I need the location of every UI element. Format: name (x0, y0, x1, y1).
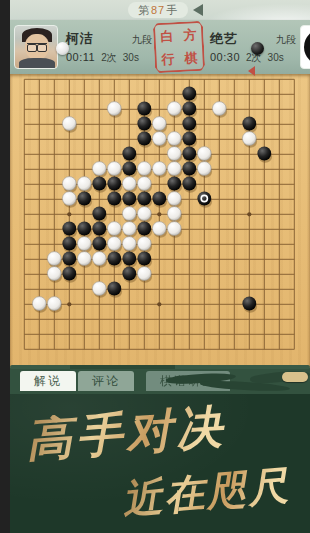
black-stone (107, 282, 121, 296)
black-stone (107, 252, 121, 266)
board-grid (10, 74, 310, 368)
right-player-avatar[interactable] (300, 25, 310, 69)
white-stone (92, 252, 106, 266)
white-stone (107, 222, 121, 236)
black-stone (137, 222, 151, 236)
black-stone (182, 162, 196, 176)
white-stone (62, 117, 76, 131)
move-number: 87 (151, 4, 165, 16)
white-stone (167, 222, 181, 236)
white-stone-badge (56, 42, 69, 55)
white-stone (122, 207, 136, 221)
black-stone (182, 102, 196, 116)
white-stone (107, 237, 121, 251)
white-stone (77, 252, 91, 266)
black-stone (137, 192, 151, 206)
black-stone (182, 147, 196, 161)
drawer-handle[interactable] (282, 372, 308, 382)
white-stone (152, 117, 166, 131)
black-stone (122, 267, 136, 281)
white-stone (137, 207, 151, 221)
go-app-screen: 第87手 柯洁 九段 00:11 2次 30s 白 方 (10, 0, 310, 533)
black-stone (182, 87, 196, 101)
white-stone (197, 147, 211, 161)
white-stone (92, 282, 106, 296)
white-stone (122, 177, 136, 191)
black-stone (137, 117, 151, 131)
white-stone (242, 132, 256, 146)
white-to-move-seal: 白 方 行 棋 (153, 21, 206, 74)
black-stone (122, 162, 136, 176)
black-stone (152, 192, 166, 206)
black-stone (197, 192, 211, 206)
black-stone (182, 177, 196, 191)
left-player-avatar[interactable] (14, 25, 58, 69)
white-stone (152, 222, 166, 236)
black-stone (77, 222, 91, 236)
go-board[interactable] (10, 74, 310, 368)
star-point (157, 302, 161, 306)
black-stone (242, 117, 256, 131)
black-stone (182, 132, 196, 146)
black-stone (77, 192, 91, 206)
black-stone (137, 252, 151, 266)
star-point (67, 302, 71, 306)
white-stone (167, 162, 181, 176)
left-player-clock: 00:11 (66, 51, 95, 63)
white-stone (152, 162, 166, 176)
seal-char: 棋 (179, 46, 203, 70)
black-stone-badge (251, 42, 264, 55)
seal-char: 方 (178, 23, 202, 47)
black-stone (242, 297, 256, 311)
white-stone (47, 267, 61, 281)
avatar-glasses (27, 43, 47, 50)
white-stone (137, 162, 151, 176)
promo-banner[interactable]: 高手对决 近在咫尺 (10, 394, 310, 533)
white-stone (167, 147, 181, 161)
turn-indicator-area: 白 方 行 棋 (152, 22, 206, 72)
white-stone (77, 237, 91, 251)
black-stone (92, 222, 106, 236)
black-stone (62, 267, 76, 281)
white-stone (137, 177, 151, 191)
white-stone (167, 102, 181, 116)
right-player-name: 绝艺 (210, 30, 238, 48)
star-point (247, 212, 251, 216)
white-stone (137, 267, 151, 281)
banner-line1: 高手对决 (25, 403, 228, 463)
black-stone (182, 117, 196, 131)
left-player-rank: 九段 (132, 33, 152, 47)
star-point (157, 212, 161, 216)
black-stone (107, 192, 121, 206)
black-stone (92, 237, 106, 251)
move-prefix: 第 (138, 3, 150, 18)
white-stone (167, 207, 181, 221)
white-stone (152, 132, 166, 146)
white-stone (167, 132, 181, 146)
star-point (67, 212, 71, 216)
status-strip: 第87手 (10, 0, 310, 20)
left-player-info: 柯洁 九段 00:11 2次 30s (66, 30, 152, 65)
black-stone (62, 252, 76, 266)
right-player-rank: 九段 (276, 33, 296, 47)
black-stone (137, 132, 151, 146)
white-stone (47, 297, 61, 311)
seal-char: 行 (156, 47, 180, 71)
black-stone (167, 177, 181, 191)
white-stone (62, 177, 76, 191)
white-stone (137, 237, 151, 251)
black-stone (107, 177, 121, 191)
black-stone (257, 147, 271, 161)
move-counter: 第87手 (128, 2, 188, 18)
left-player-name: 柯洁 (66, 30, 94, 48)
black-stone (137, 102, 151, 116)
tab-comments[interactable]: 评论 (78, 371, 134, 391)
black-stone (92, 177, 106, 191)
yin-yang-icon (304, 29, 310, 65)
white-stone (32, 297, 46, 311)
white-stone (107, 102, 121, 116)
black-stone (62, 237, 76, 251)
left-player-periods: 2次 (101, 51, 117, 65)
white-stone (197, 162, 211, 176)
white-stone (47, 252, 61, 266)
avatar-shirt (19, 58, 55, 69)
black-stone (122, 147, 136, 161)
white-stone (62, 192, 76, 206)
seal-char: 白 (155, 24, 179, 48)
black-stone (122, 252, 136, 266)
right-player-byoyomi: 30s (268, 52, 284, 63)
white-stone (92, 162, 106, 176)
left-player-byoyomi: 30s (123, 52, 139, 63)
white-stone (167, 192, 181, 206)
turn-pointer-icon (248, 66, 255, 76)
white-stone (107, 162, 121, 176)
black-stone (92, 207, 106, 221)
white-stone (212, 102, 226, 116)
previous-move-icon[interactable] (193, 4, 203, 16)
move-suffix: 手 (166, 3, 178, 18)
white-stone (77, 177, 91, 191)
white-stone (122, 237, 136, 251)
white-stone (122, 222, 136, 236)
black-stone (122, 192, 136, 206)
banner-line2: 近在咫尺 (121, 465, 292, 519)
black-stone (62, 222, 76, 236)
bottom-tabs-bar: 解说 评论 棋谱研究 (10, 368, 310, 394)
tab-commentary[interactable]: 解说 (20, 371, 76, 391)
player-panel: 柯洁 九段 00:11 2次 30s 白 方 行 棋 绝艺 九段 (10, 20, 310, 74)
right-player-clock: 00:30 (210, 51, 240, 63)
